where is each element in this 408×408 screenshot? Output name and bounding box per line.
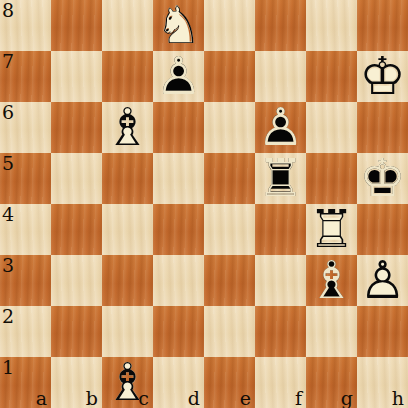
black-pawn-outline-icon: ♙: [255, 102, 306, 153]
square-g6[interactable]: [306, 102, 357, 153]
square-f4[interactable]: [255, 204, 306, 255]
file-label-e: e: [240, 389, 251, 408]
square-b6[interactable]: [51, 102, 102, 153]
white-pawn-h3[interactable]: ♟♙: [357, 255, 408, 306]
square-h7[interactable]: ♚♔: [357, 51, 408, 102]
file-label-h: h: [392, 389, 404, 408]
file-label-b: b: [86, 389, 98, 408]
white-king-h7[interactable]: ♚♔: [357, 51, 408, 102]
square-e4[interactable]: [204, 204, 255, 255]
square-a1[interactable]: 1a: [0, 357, 51, 408]
white-bishop-outline-icon: ♗: [102, 102, 153, 153]
square-f3[interactable]: [255, 255, 306, 306]
black-king-outline-icon: ♔: [357, 153, 408, 204]
square-c6[interactable]: ♝♗: [102, 102, 153, 153]
black-king-h5[interactable]: ♚♔: [357, 153, 408, 204]
square-c4[interactable]: [102, 204, 153, 255]
rank-label-7: 7: [2, 52, 14, 71]
square-c3[interactable]: [102, 255, 153, 306]
black-bishop-g3[interactable]: ♝♗: [306, 255, 357, 306]
square-d3[interactable]: [153, 255, 204, 306]
square-b5[interactable]: [51, 153, 102, 204]
square-a7[interactable]: 7: [0, 51, 51, 102]
black-pawn-d7[interactable]: ♟♙: [153, 51, 204, 102]
white-knight-outline-icon: ♘: [153, 0, 204, 51]
square-d4[interactable]: [153, 204, 204, 255]
white-pawn-outline-icon: ♙: [357, 255, 408, 306]
square-e1[interactable]: e: [204, 357, 255, 408]
square-c8[interactable]: [102, 0, 153, 51]
rank-label-4: 4: [2, 205, 14, 224]
black-pawn-f6[interactable]: ♟♙: [255, 102, 306, 153]
square-c5[interactable]: [102, 153, 153, 204]
square-a6[interactable]: 6: [0, 102, 51, 153]
square-e8[interactable]: [204, 0, 255, 51]
square-f6[interactable]: ♟♙: [255, 102, 306, 153]
square-h5[interactable]: ♚♔: [357, 153, 408, 204]
square-b4[interactable]: [51, 204, 102, 255]
black-bishop-outline-icon: ♗: [306, 255, 357, 306]
square-f7[interactable]: [255, 51, 306, 102]
square-a2[interactable]: 2: [0, 306, 51, 357]
square-g1[interactable]: g: [306, 357, 357, 408]
square-c7[interactable]: [102, 51, 153, 102]
square-h1[interactable]: h: [357, 357, 408, 408]
rank-label-8: 8: [2, 1, 14, 20]
file-label-g: g: [341, 389, 353, 408]
square-b8[interactable]: [51, 0, 102, 51]
square-g2[interactable]: [306, 306, 357, 357]
square-d7[interactable]: ♟♙: [153, 51, 204, 102]
rank-label-6: 6: [2, 103, 14, 122]
square-c1[interactable]: c♝♗: [102, 357, 153, 408]
square-a5[interactable]: 5: [0, 153, 51, 204]
square-h2[interactable]: [357, 306, 408, 357]
square-c2[interactable]: [102, 306, 153, 357]
rank-label-2: 2: [2, 307, 14, 326]
square-d5[interactable]: [153, 153, 204, 204]
square-g4[interactable]: ♜♖: [306, 204, 357, 255]
square-g7[interactable]: [306, 51, 357, 102]
rank-label-1: 1: [2, 358, 14, 377]
square-a4[interactable]: 4: [0, 204, 51, 255]
square-f2[interactable]: [255, 306, 306, 357]
white-knight-d8[interactable]: ♞♘: [153, 0, 204, 51]
file-label-d: d: [188, 389, 200, 408]
chess-board: 8♞♘7♟♙♚♔6♝♗♟♙5♜♖♚♔4♜♖3♝♗♟♙21abc♝♗defgh: [0, 0, 408, 408]
square-h6[interactable]: [357, 102, 408, 153]
square-a8[interactable]: 8: [0, 0, 51, 51]
square-d2[interactable]: [153, 306, 204, 357]
white-bishop-outline-icon: ♗: [102, 357, 153, 408]
white-rook-outline-icon: ♖: [306, 204, 357, 255]
square-g5[interactable]: [306, 153, 357, 204]
square-h4[interactable]: [357, 204, 408, 255]
file-label-a: a: [36, 389, 47, 408]
square-e6[interactable]: [204, 102, 255, 153]
square-h3[interactable]: ♟♙: [357, 255, 408, 306]
rank-label-3: 3: [2, 256, 14, 275]
square-d6[interactable]: [153, 102, 204, 153]
square-e7[interactable]: [204, 51, 255, 102]
square-a3[interactable]: 3: [0, 255, 51, 306]
square-d1[interactable]: d: [153, 357, 204, 408]
square-b3[interactable]: [51, 255, 102, 306]
square-f8[interactable]: [255, 0, 306, 51]
white-bishop-c6[interactable]: ♝♗: [102, 102, 153, 153]
square-g8[interactable]: [306, 0, 357, 51]
square-f5[interactable]: ♜♖: [255, 153, 306, 204]
file-label-f: f: [295, 389, 302, 408]
square-b7[interactable]: [51, 51, 102, 102]
black-pawn-outline-icon: ♙: [153, 51, 204, 102]
rank-label-5: 5: [2, 154, 14, 173]
white-king-outline-icon: ♔: [357, 51, 408, 102]
white-bishop-c1[interactable]: ♝♗: [102, 357, 153, 408]
square-b1[interactable]: b: [51, 357, 102, 408]
black-rook-f5[interactable]: ♜♖: [255, 153, 306, 204]
square-h8[interactable]: [357, 0, 408, 51]
black-rook-outline-icon: ♖: [255, 153, 306, 204]
square-e3[interactable]: [204, 255, 255, 306]
white-rook-g4[interactable]: ♜♖: [306, 204, 357, 255]
square-d8[interactable]: ♞♘: [153, 0, 204, 51]
square-e5[interactable]: [204, 153, 255, 204]
square-b2[interactable]: [51, 306, 102, 357]
square-e2[interactable]: [204, 306, 255, 357]
square-f1[interactable]: f: [255, 357, 306, 408]
square-g3[interactable]: ♝♗: [306, 255, 357, 306]
